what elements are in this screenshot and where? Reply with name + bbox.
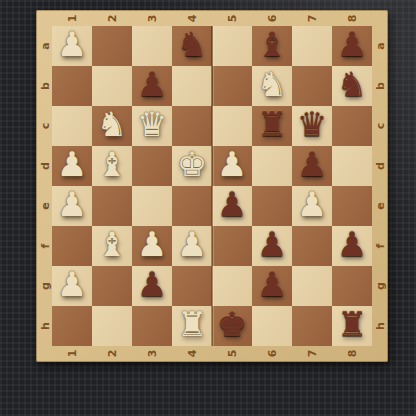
square-b5[interactable]: [212, 66, 252, 106]
square-g7[interactable]: [292, 266, 332, 306]
square-e2[interactable]: [92, 186, 132, 226]
piece-white-pawn[interactable]: ♟: [132, 222, 172, 266]
square-b6[interactable]: ♞: [252, 66, 292, 106]
square-f5[interactable]: [212, 226, 252, 266]
square-c2[interactable]: ♞: [92, 106, 132, 146]
square-b3[interactable]: ♟: [132, 66, 172, 106]
piece-white-knight[interactable]: ♞: [252, 62, 292, 106]
piece-dark-pawn[interactable]: ♟: [132, 62, 172, 106]
square-g8[interactable]: [332, 266, 372, 306]
square-b8[interactable]: ♞: [332, 66, 372, 106]
piece-white-queen[interactable]: ♛: [132, 102, 172, 146]
piece-dark-pawn[interactable]: ♟: [332, 222, 372, 266]
square-c7[interactable]: ♛: [292, 106, 332, 146]
piece-dark-knight[interactable]: ♞: [332, 62, 372, 106]
piece-dark-pawn[interactable]: ♟: [332, 22, 372, 66]
square-c1[interactable]: [52, 106, 92, 146]
photo-background-mat: abcdefgh abcdefgh 12345678 12345678 ♟♞♝♟…: [0, 0, 416, 416]
square-f4[interactable]: ♟: [172, 226, 212, 266]
square-d6[interactable]: [252, 146, 292, 186]
file-labels-left: abcdefgh: [37, 26, 52, 346]
piece-dark-queen[interactable]: ♛: [292, 102, 332, 146]
square-h7[interactable]: [292, 306, 332, 346]
piece-dark-pawn[interactable]: ♟: [252, 262, 292, 306]
piece-white-pawn[interactable]: ♟: [292, 182, 332, 226]
square-d4[interactable]: ♚: [172, 146, 212, 186]
piece-white-rook[interactable]: ♜: [172, 302, 212, 346]
square-f6[interactable]: ♟: [252, 226, 292, 266]
square-a7[interactable]: [292, 26, 332, 66]
piece-white-knight[interactable]: ♞: [92, 102, 132, 146]
piece-white-bishop[interactable]: ♝: [92, 142, 132, 186]
square-e7[interactable]: ♟: [292, 186, 332, 226]
board-fold-seam: [211, 26, 213, 346]
square-g4[interactable]: [172, 266, 212, 306]
chess-board: abcdefgh abcdefgh 12345678 12345678 ♟♞♝♟…: [36, 10, 388, 362]
square-h1[interactable]: [52, 306, 92, 346]
square-d1[interactable]: ♟: [52, 146, 92, 186]
square-b4[interactable]: [172, 66, 212, 106]
piece-dark-king[interactable]: ♚: [212, 302, 252, 346]
piece-dark-pawn[interactable]: ♟: [292, 142, 332, 186]
square-d2[interactable]: ♝: [92, 146, 132, 186]
rank-labels-bottom: 12345678: [52, 346, 372, 361]
piece-white-pawn[interactable]: ♟: [52, 262, 92, 306]
file-labels-right: abcdefgh: [372, 26, 387, 346]
piece-dark-bishop[interactable]: ♝: [252, 22, 292, 66]
square-d7[interactable]: ♟: [292, 146, 332, 186]
piece-dark-pawn[interactable]: ♟: [212, 182, 252, 226]
rank-labels-top: 12345678: [52, 11, 372, 26]
square-a5[interactable]: [212, 26, 252, 66]
square-a8[interactable]: ♟: [332, 26, 372, 66]
square-c4[interactable]: [172, 106, 212, 146]
square-a3[interactable]: [132, 26, 172, 66]
square-b7[interactable]: [292, 66, 332, 106]
square-d5[interactable]: ♟: [212, 146, 252, 186]
square-a6[interactable]: ♝: [252, 26, 292, 66]
piece-dark-knight[interactable]: ♞: [172, 22, 212, 66]
square-c8[interactable]: [332, 106, 372, 146]
piece-white-pawn[interactable]: ♟: [52, 22, 92, 66]
piece-dark-rook[interactable]: ♜: [252, 102, 292, 146]
piece-white-pawn[interactable]: ♟: [52, 142, 92, 186]
square-b2[interactable]: [92, 66, 132, 106]
square-c3[interactable]: ♛: [132, 106, 172, 146]
square-g2[interactable]: [92, 266, 132, 306]
square-f7[interactable]: [292, 226, 332, 266]
square-e5[interactable]: ♟: [212, 186, 252, 226]
square-e4[interactable]: [172, 186, 212, 226]
square-h8[interactable]: ♜: [332, 306, 372, 346]
square-g3[interactable]: ♟: [132, 266, 172, 306]
square-c5[interactable]: [212, 106, 252, 146]
square-d3[interactable]: [132, 146, 172, 186]
square-g6[interactable]: ♟: [252, 266, 292, 306]
square-c6[interactable]: ♜: [252, 106, 292, 146]
square-h2[interactable]: [92, 306, 132, 346]
square-e3[interactable]: [132, 186, 172, 226]
square-f3[interactable]: ♟: [132, 226, 172, 266]
square-f8[interactable]: ♟: [332, 226, 372, 266]
square-g1[interactable]: ♟: [52, 266, 92, 306]
piece-white-bishop[interactable]: ♝: [92, 222, 132, 266]
square-d8[interactable]: [332, 146, 372, 186]
square-h5[interactable]: ♚: [212, 306, 252, 346]
piece-dark-pawn[interactable]: ♟: [252, 222, 292, 266]
square-b1[interactable]: [52, 66, 92, 106]
piece-white-pawn[interactable]: ♟: [52, 182, 92, 226]
square-a1[interactable]: ♟: [52, 26, 92, 66]
square-f1[interactable]: [52, 226, 92, 266]
square-h3[interactable]: [132, 306, 172, 346]
square-h6[interactable]: [252, 306, 292, 346]
piece-white-king[interactable]: ♚: [172, 142, 212, 186]
square-e8[interactable]: [332, 186, 372, 226]
square-g5[interactable]: [212, 266, 252, 306]
piece-dark-pawn[interactable]: ♟: [132, 262, 172, 306]
square-e1[interactable]: ♟: [52, 186, 92, 226]
square-a2[interactable]: [92, 26, 132, 66]
piece-white-pawn[interactable]: ♟: [212, 142, 252, 186]
square-h4[interactable]: ♜: [172, 306, 212, 346]
square-e6[interactable]: [252, 186, 292, 226]
piece-white-pawn[interactable]: ♟: [172, 222, 212, 266]
square-f2[interactable]: ♝: [92, 226, 132, 266]
square-a4[interactable]: ♞: [172, 26, 212, 66]
piece-dark-rook[interactable]: ♜: [332, 302, 372, 346]
